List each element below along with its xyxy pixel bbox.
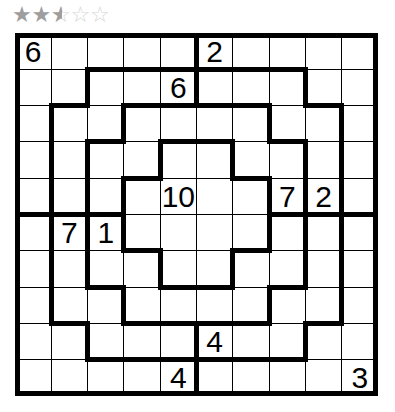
cell-r3c8[interactable] — [269, 106, 305, 142]
cell-r9c3[interactable] — [88, 323, 124, 359]
cell-r4c5[interactable] — [160, 142, 196, 178]
cell-r1c2[interactable] — [51, 33, 87, 69]
cell-r3c1[interactable] — [15, 106, 51, 142]
region-border — [121, 321, 271, 326]
cell-r7c4[interactable] — [124, 251, 160, 287]
clue-number: 6 — [25, 36, 42, 67]
region-border — [267, 212, 378, 217]
clue-number: 2 — [206, 36, 223, 67]
board-border-bottom — [15, 391, 378, 396]
cell-r6c2[interactable]: 7 — [51, 215, 87, 251]
cell-r9c7[interactable] — [233, 323, 269, 359]
cell-r4c4[interactable] — [124, 142, 160, 178]
board: 626107271443 — [15, 33, 378, 396]
clue-number: 7 — [279, 181, 296, 212]
cell-r9c2[interactable] — [51, 323, 87, 359]
cell-r6c6[interactable] — [197, 215, 233, 251]
region-border — [15, 212, 126, 217]
region-border — [267, 139, 308, 144]
board-border-top — [15, 33, 378, 38]
cell-r4c6[interactable] — [197, 142, 233, 178]
region-border — [121, 285, 126, 326]
clue-number: 7 — [61, 217, 78, 248]
cell-r8c7[interactable] — [233, 287, 269, 323]
clue-number: 3 — [351, 362, 368, 393]
cell-r9c4[interactable] — [124, 323, 160, 359]
region-border — [121, 103, 271, 108]
cell-r3c7[interactable] — [233, 106, 269, 142]
cell-r7c3[interactable] — [88, 251, 124, 287]
region-border — [230, 248, 271, 253]
region-border — [85, 67, 90, 108]
cell-r3c3[interactable] — [88, 106, 124, 142]
cell-r6c1[interactable] — [15, 215, 51, 251]
star-empty-icon: ☆ — [71, 2, 91, 28]
cell-r2c7[interactable] — [233, 69, 269, 105]
cell-r9c5[interactable] — [160, 323, 196, 359]
cell-r7c6[interactable] — [197, 251, 233, 287]
cell-r8c8[interactable] — [269, 287, 305, 323]
cell-r9c9[interactable] — [305, 323, 341, 359]
cell-r6c7[interactable] — [233, 215, 269, 251]
region-border — [121, 103, 126, 144]
cell-r8c4[interactable] — [124, 287, 160, 323]
cell-r3c2[interactable] — [51, 106, 87, 142]
cell-r1c8[interactable] — [269, 33, 305, 69]
cell-r8c6[interactable] — [197, 287, 233, 323]
region-border — [85, 139, 126, 144]
clue-number: 6 — [170, 72, 187, 103]
star-filled-icon: ★ — [32, 2, 52, 28]
region-border — [85, 285, 126, 290]
cell-r1c6[interactable]: 2 — [197, 33, 233, 69]
cell-r7c1[interactable] — [15, 251, 51, 287]
region-border — [230, 248, 235, 289]
region-border — [49, 103, 90, 108]
cell-r8c5[interactable] — [160, 287, 196, 323]
region-border — [121, 248, 162, 253]
region-border — [303, 67, 308, 108]
region-border — [49, 321, 90, 326]
cell-r5c8[interactable]: 7 — [269, 178, 305, 214]
region-border — [85, 67, 308, 72]
cell-r3c6[interactable] — [197, 106, 233, 142]
cell-r4c3[interactable] — [88, 142, 124, 178]
cell-r1c1[interactable]: 6 — [15, 33, 51, 69]
region-border — [303, 321, 344, 326]
cell-r4c9[interactable] — [305, 142, 341, 178]
region-border — [230, 176, 271, 181]
cell-r4c2[interactable] — [51, 142, 87, 178]
region-border — [267, 103, 272, 144]
cell-r1c7[interactable] — [233, 33, 269, 69]
clue-number: 1 — [97, 217, 114, 248]
clue-number: 10 — [162, 181, 195, 212]
cell-r6c5[interactable] — [160, 215, 196, 251]
region-border — [85, 357, 308, 362]
cell-r6c8[interactable] — [269, 215, 305, 251]
region-border — [158, 248, 163, 289]
cell-r2c8[interactable] — [269, 69, 305, 105]
cell-r2c9[interactable] — [305, 69, 341, 105]
region-border — [267, 285, 308, 290]
region-border — [121, 176, 162, 181]
cell-r2c5[interactable]: 6 — [160, 69, 196, 105]
puzzle-page: ★★☆★☆☆ 626107271443 — [0, 0, 395, 412]
region-border — [158, 139, 163, 180]
cell-r2c1[interactable] — [15, 69, 51, 105]
cell-r6c4[interactable] — [124, 215, 160, 251]
cell-r1c9[interactable] — [305, 33, 341, 69]
region-border — [267, 285, 272, 326]
cell-r7c9[interactable] — [305, 251, 341, 287]
cell-r5c9[interactable]: 2 — [305, 178, 341, 214]
cell-r3c4[interactable] — [124, 106, 160, 142]
difficulty-rating: ★★☆★☆☆ — [12, 2, 110, 28]
cell-r7c2[interactable] — [51, 251, 87, 287]
cell-r5c3[interactable] — [88, 178, 124, 214]
region-border — [303, 103, 344, 108]
star-filled-icon: ★ — [12, 2, 32, 28]
cell-r1c3[interactable] — [88, 33, 124, 69]
cell-r5c5[interactable]: 10 — [160, 178, 196, 214]
cell-r4c7[interactable] — [233, 142, 269, 178]
cell-r6c9[interactable] — [305, 215, 341, 251]
cell-r8c2[interactable] — [51, 287, 87, 323]
cell-r6c3[interactable]: 1 — [88, 215, 124, 251]
cell-r5c7[interactable] — [233, 178, 269, 214]
cell-r2c2[interactable] — [51, 69, 87, 105]
clue-number: 2 — [315, 181, 332, 212]
region-border — [303, 321, 308, 362]
clue-number: 4 — [170, 362, 187, 393]
cell-r1c4[interactable] — [124, 33, 160, 69]
cell-r4c1[interactable] — [15, 142, 51, 178]
star-empty-icon: ☆ — [90, 2, 110, 28]
region-border — [85, 321, 90, 362]
cell-r7c8[interactable] — [269, 251, 305, 287]
cell-r8c9[interactable] — [305, 287, 341, 323]
cell-r8c3[interactable] — [88, 287, 124, 323]
cell-r7c5[interactable] — [160, 251, 196, 287]
cell-r4c8[interactable] — [269, 142, 305, 178]
star-half-icon: ☆★ — [51, 2, 71, 28]
clue-number: 4 — [206, 326, 223, 357]
cell-r1c5[interactable] — [160, 33, 196, 69]
cell-r3c5[interactable] — [160, 106, 196, 142]
board-border-right — [373, 33, 378, 396]
region-border — [158, 139, 236, 144]
cell-r2c3[interactable] — [88, 69, 124, 105]
cell-r9c1[interactable] — [15, 323, 51, 359]
region-border — [230, 139, 235, 180]
cell-r3c9[interactable] — [305, 106, 341, 142]
cell-r7c7[interactable] — [233, 251, 269, 287]
cell-r2c6[interactable] — [197, 69, 233, 105]
region-border — [158, 285, 236, 290]
cell-r5c6[interactable] — [197, 178, 233, 214]
cell-r5c4[interactable] — [124, 178, 160, 214]
cell-r8c1[interactable] — [15, 287, 51, 323]
cell-r5c1[interactable] — [15, 178, 51, 214]
cell-r2c4[interactable] — [124, 69, 160, 105]
cell-r9c8[interactable] — [269, 323, 305, 359]
board-border-left — [15, 33, 20, 396]
cell-r5c2[interactable] — [51, 178, 87, 214]
cell-r9c6[interactable]: 4 — [197, 323, 233, 359]
